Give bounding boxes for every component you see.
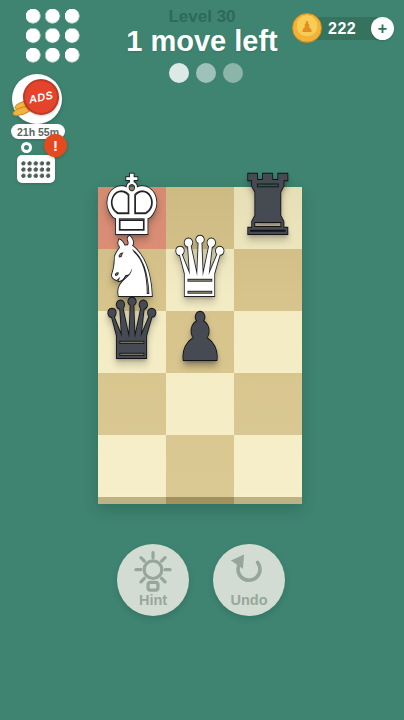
- hint-button[interactable]: Hint: [117, 544, 189, 616]
- page-indicator-dot: [223, 63, 243, 83]
- menu-button[interactable]: [26, 9, 83, 66]
- calendar-icon: [17, 155, 55, 183]
- moves-left-text: 1 move left: [126, 25, 278, 58]
- hint-label: Hint: [117, 592, 189, 608]
- black-pawn[interactable]: ♟: [166, 255, 234, 373]
- pawn-coin-icon: ♟: [292, 13, 322, 43]
- notification-badge: !: [44, 134, 67, 157]
- undo-label: Undo: [213, 592, 285, 608]
- black-rook[interactable]: ♜: [234, 131, 302, 249]
- ads-label: ADS: [28, 89, 55, 106]
- add-coins-button[interactable]: +: [371, 17, 394, 40]
- board-edge-cell: [234, 497, 302, 504]
- black-queen[interactable]: ♛: [98, 255, 166, 373]
- undo-button[interactable]: Undo: [213, 544, 285, 616]
- chess-board[interactable]: ♚♜♞♛♛♟: [98, 187, 302, 504]
- coin-balance: ♟ 222 +: [298, 17, 394, 40]
- pieces-layer: ♚♜♞♛♛♟: [98, 187, 302, 497]
- watch-ads-button[interactable]: ADS 21h 55m: [12, 74, 64, 140]
- coin-count: 222: [328, 17, 356, 40]
- board-bottom-edge: [98, 497, 302, 504]
- page-indicator-dot-active: [169, 63, 189, 83]
- undo-arrow-icon: [227, 551, 271, 591]
- daily-calendar-button[interactable]: !: [17, 142, 69, 187]
- board-edge-cell: [98, 497, 166, 504]
- page-indicator-dot: [196, 63, 216, 83]
- lightbulb-icon: [131, 551, 175, 595]
- calendar-ring-icon: [21, 142, 32, 153]
- board-edge-cell: [166, 497, 234, 504]
- level-label: Level 30: [168, 7, 235, 27]
- calendar-dot-grid: [21, 161, 51, 179]
